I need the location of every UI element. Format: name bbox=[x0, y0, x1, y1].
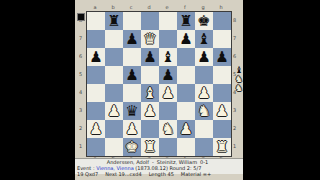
square-g8[interactable]: ♚ bbox=[195, 12, 213, 30]
file-label-f: f bbox=[176, 5, 194, 10]
square-c8[interactable] bbox=[123, 12, 141, 30]
square-c5[interactable]: ♟ bbox=[123, 66, 141, 84]
square-b7[interactable] bbox=[105, 30, 123, 48]
piece-black-queen-c3[interactable]: ♛ bbox=[125, 102, 138, 120]
square-b1[interactable] bbox=[105, 138, 123, 156]
piece-black-pawn-c5[interactable]: ♟ bbox=[125, 66, 138, 84]
rank-label-6: 6 bbox=[233, 47, 236, 65]
piece-white-knight-g3[interactable]: ♞ bbox=[197, 102, 210, 120]
square-e1[interactable] bbox=[159, 138, 177, 156]
game-info-panel: Anderssen, Adolf-Steinitz, William0-1 Ev… bbox=[75, 158, 243, 174]
file-labels-top: abcdefgh bbox=[86, 5, 232, 10]
piece-black-bishop-e6[interactable]: ♝ bbox=[161, 48, 174, 66]
piece-black-pawn-e5[interactable]: ♟ bbox=[161, 66, 174, 84]
file-label-h: h bbox=[212, 5, 230, 10]
square-f4[interactable] bbox=[177, 84, 195, 102]
square-d6[interactable]: ♟ bbox=[141, 48, 159, 66]
piece-white-pawn-d3[interactable]: ♟ bbox=[143, 102, 156, 120]
piece-black-king-g8[interactable]: ♚ bbox=[197, 12, 210, 30]
square-g7[interactable]: ♝ bbox=[195, 30, 213, 48]
square-b6[interactable] bbox=[105, 48, 123, 66]
square-c1[interactable]: ♚ bbox=[123, 138, 141, 156]
move-played: 19 Qxd7 bbox=[77, 172, 98, 177]
rank-label-6: 6 bbox=[79, 47, 82, 65]
square-d5[interactable] bbox=[141, 66, 159, 84]
square-g5[interactable] bbox=[195, 66, 213, 84]
square-h4[interactable] bbox=[213, 84, 231, 102]
piece-black-bishop-g7[interactable]: ♝ bbox=[197, 30, 210, 48]
file-label-c: c bbox=[122, 5, 140, 10]
material-eval: Material =+ bbox=[181, 172, 211, 177]
square-e8[interactable] bbox=[159, 12, 177, 30]
square-a1[interactable] bbox=[87, 138, 105, 156]
piece-white-pawn-c2[interactable]: ♟ bbox=[125, 120, 138, 138]
rank-label-2: 2 bbox=[233, 119, 236, 137]
square-e7[interactable] bbox=[159, 30, 177, 48]
piece-white-king-c1[interactable]: ♚ bbox=[125, 138, 138, 156]
chess-board[interactable]: ♜♜♚♟♛♟♝♟♟♝♟♟♟♟♝♟♟♟♛♟♞♟♟♟♞♟♚♜♜ bbox=[86, 11, 232, 157]
square-d1[interactable]: ♜ bbox=[141, 138, 159, 156]
piece-black-rook-f8[interactable]: ♜ bbox=[179, 12, 192, 30]
square-g2[interactable] bbox=[195, 120, 213, 138]
rank-label-5: 5 bbox=[79, 65, 82, 83]
square-c6[interactable] bbox=[123, 48, 141, 66]
rank-label-4: 4 bbox=[79, 83, 82, 101]
square-d2[interactable] bbox=[141, 120, 159, 138]
square-e2[interactable]: ♞ bbox=[159, 120, 177, 138]
square-f8[interactable]: ♜ bbox=[177, 12, 195, 30]
square-e5[interactable]: ♟ bbox=[159, 66, 177, 84]
next-move: Next 19...cxd4 bbox=[105, 172, 141, 177]
square-f2[interactable]: ♟ bbox=[177, 120, 195, 138]
file-label-e: e bbox=[158, 5, 176, 10]
piece-white-rook-d1[interactable]: ♜ bbox=[143, 138, 156, 156]
square-f3[interactable] bbox=[177, 102, 195, 120]
status-line: 19 Qxd7 Next 19...cxd4 Length 45 Materia… bbox=[75, 172, 243, 177]
square-a4[interactable] bbox=[87, 84, 105, 102]
piece-white-queen-d7[interactable]: ♛ bbox=[143, 30, 156, 48]
square-b8[interactable]: ♜ bbox=[105, 12, 123, 30]
square-c2[interactable]: ♟ bbox=[123, 120, 141, 138]
piece-black-pawn-f7[interactable]: ♟ bbox=[179, 30, 192, 48]
square-h7[interactable] bbox=[213, 30, 231, 48]
square-h5[interactable] bbox=[213, 66, 231, 84]
square-e6[interactable]: ♝ bbox=[159, 48, 177, 66]
square-a3[interactable] bbox=[87, 102, 105, 120]
rank-label-7: 7 bbox=[233, 29, 236, 47]
square-h2[interactable] bbox=[213, 120, 231, 138]
piece-black-pawn-g6[interactable]: ♟ bbox=[197, 48, 210, 66]
video-frame: abcdefgh 87654321 ♜♜♚♟♛♟♝♟♟♝♟♟♟♟♝♟♟♟♛♟♞♟… bbox=[0, 0, 320, 180]
piece-white-pawn-a2[interactable]: ♟ bbox=[89, 120, 102, 138]
chess-viewer: abcdefgh 87654321 ♜♜♚♟♛♟♝♟♟♝♟♟♟♟♝♟♟♟♛♟♞♟… bbox=[75, 0, 243, 180]
square-a8[interactable] bbox=[87, 12, 105, 30]
file-label-b: b bbox=[104, 5, 122, 10]
square-b3[interactable]: ♟ bbox=[105, 102, 123, 120]
game-length: Length 45 bbox=[149, 172, 174, 177]
piece-black-rook-b8[interactable]: ♜ bbox=[107, 12, 120, 30]
rank-label-3: 3 bbox=[79, 101, 82, 119]
square-d7[interactable]: ♛ bbox=[141, 30, 159, 48]
square-h6[interactable]: ♟ bbox=[213, 48, 231, 66]
material-balance-display: ♝♞♞ bbox=[233, 66, 245, 93]
square-g3[interactable]: ♞ bbox=[195, 102, 213, 120]
piece-black-pawn-d6[interactable]: ♟ bbox=[143, 48, 156, 66]
square-h8[interactable] bbox=[213, 12, 231, 30]
piece-black-pawn-h6[interactable]: ♟ bbox=[215, 48, 228, 66]
rank-label-2: 2 bbox=[79, 119, 82, 137]
piece-white-pawn-b3[interactable]: ♟ bbox=[107, 102, 120, 120]
square-a2[interactable]: ♟ bbox=[87, 120, 105, 138]
rank-labels-left: 87654321 bbox=[79, 11, 82, 157]
rank-label-1: 1 bbox=[233, 137, 236, 155]
piece-black-pawn-c7[interactable]: ♟ bbox=[125, 30, 138, 48]
square-c3[interactable]: ♛ bbox=[123, 102, 141, 120]
piece-white-bishop-d4[interactable]: ♝ bbox=[143, 84, 156, 102]
square-a6[interactable]: ♟ bbox=[87, 48, 105, 66]
square-a7[interactable] bbox=[87, 30, 105, 48]
square-e4[interactable]: ♟ bbox=[159, 84, 177, 102]
square-g6[interactable]: ♟ bbox=[195, 48, 213, 66]
square-f6[interactable] bbox=[177, 48, 195, 66]
square-b2[interactable] bbox=[105, 120, 123, 138]
square-c7[interactable]: ♟ bbox=[123, 30, 141, 48]
piece-black-pawn-a6[interactable]: ♟ bbox=[89, 48, 102, 66]
square-b4[interactable] bbox=[105, 84, 123, 102]
square-g4[interactable]: ♟ bbox=[195, 84, 213, 102]
piece-white-pawn-f2[interactable]: ♟ bbox=[179, 120, 192, 138]
square-h3[interactable]: ♟ bbox=[213, 102, 231, 120]
square-d4[interactable]: ♝ bbox=[141, 84, 159, 102]
piece-white-pawn-g4[interactable]: ♟ bbox=[197, 84, 210, 102]
square-e3[interactable] bbox=[159, 102, 177, 120]
square-h1[interactable]: ♜ bbox=[213, 138, 231, 156]
square-a5[interactable] bbox=[87, 66, 105, 84]
rank-label-7: 7 bbox=[79, 29, 82, 47]
square-d3[interactable]: ♟ bbox=[141, 102, 159, 120]
square-f1[interactable] bbox=[177, 138, 195, 156]
file-label-d: d bbox=[140, 5, 158, 10]
rank-label-1: 1 bbox=[79, 137, 82, 155]
piece-white-knight-e2[interactable]: ♞ bbox=[161, 120, 174, 138]
square-f7[interactable]: ♟ bbox=[177, 30, 195, 48]
white-knight-icon: ♞ bbox=[233, 84, 245, 93]
file-label-g: g bbox=[194, 5, 212, 10]
black-to-move-indicator bbox=[77, 13, 85, 21]
rank-label-8: 8 bbox=[233, 11, 236, 29]
piece-white-rook-h1[interactable]: ♜ bbox=[215, 138, 228, 156]
square-f5[interactable] bbox=[177, 66, 195, 84]
square-g1[interactable] bbox=[195, 138, 213, 156]
rank-label-3: 3 bbox=[233, 101, 236, 119]
file-label-a: a bbox=[86, 5, 104, 10]
square-c4[interactable] bbox=[123, 84, 141, 102]
square-d8[interactable] bbox=[141, 12, 159, 30]
square-b5[interactable] bbox=[105, 66, 123, 84]
piece-white-pawn-e4[interactable]: ♟ bbox=[161, 84, 174, 102]
piece-white-pawn-h3[interactable]: ♟ bbox=[215, 102, 228, 120]
